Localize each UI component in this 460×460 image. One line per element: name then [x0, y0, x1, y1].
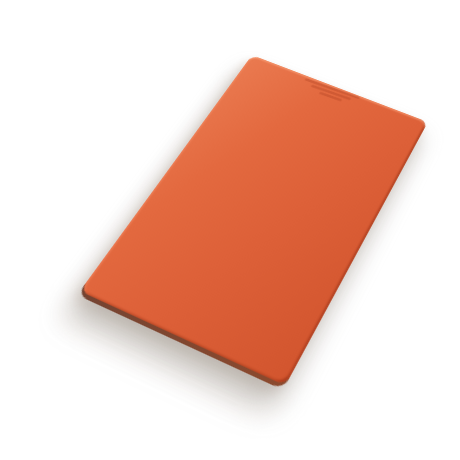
product-photo-scene	[0, 0, 460, 460]
silicone-mold	[77, 55, 428, 390]
mold-top-surface	[80, 55, 428, 386]
embossed-brand-mark	[291, 76, 370, 114]
